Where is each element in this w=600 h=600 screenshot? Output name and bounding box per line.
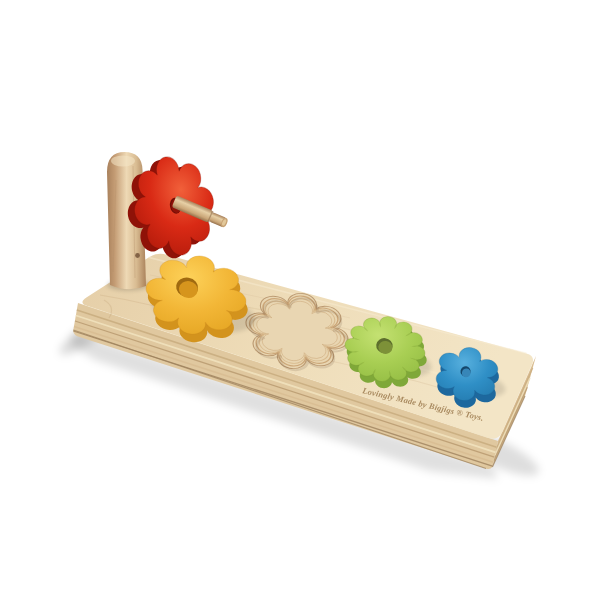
product-photo: Lovingly Made by Bigjigs ® Toys. <box>0 0 600 600</box>
toy-scene: Lovingly Made by Bigjigs ® Toys. <box>0 0 600 600</box>
peg-knot <box>135 253 140 258</box>
peg-top-highlight <box>111 156 135 167</box>
